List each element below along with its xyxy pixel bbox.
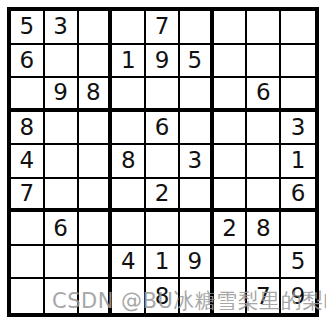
cell-r8c5: 1 — [146, 246, 180, 280]
cell-r8c1 — [11, 246, 45, 280]
cell-r7c5 — [146, 212, 180, 246]
cell-r9c6 — [180, 279, 214, 313]
cell-r6c8 — [247, 179, 281, 213]
cell-r9c9: 9 — [281, 279, 315, 313]
cell-r8c8 — [247, 246, 281, 280]
cell-r6c9: 6 — [281, 179, 315, 213]
cell-r8c3 — [79, 246, 113, 280]
cell-r8c2 — [45, 246, 79, 280]
cell-r3c6 — [180, 78, 214, 112]
cell-r5c4: 8 — [112, 145, 146, 179]
cell-r1c9 — [281, 11, 315, 45]
cell-r7c2: 6 — [45, 212, 79, 246]
cell-r1c3 — [79, 11, 113, 45]
cell-r8c9: 5 — [281, 246, 315, 280]
cell-r2c8 — [247, 45, 281, 79]
cell-r7c6 — [180, 212, 214, 246]
cell-r3c5 — [146, 78, 180, 112]
cell-r3c8: 6 — [247, 78, 281, 112]
cell-r2c9 — [281, 45, 315, 79]
cell-r5c1: 4 — [11, 145, 45, 179]
cell-r6c5: 2 — [146, 179, 180, 213]
cell-r6c3 — [79, 179, 113, 213]
cell-r5c7 — [214, 145, 248, 179]
cell-r7c3 — [79, 212, 113, 246]
cell-r4c3 — [79, 112, 113, 146]
cell-r1c5: 7 — [146, 11, 180, 45]
cell-r9c3 — [79, 279, 113, 313]
cell-r4c2 — [45, 112, 79, 146]
cell-r7c1 — [11, 212, 45, 246]
cell-r4c1: 8 — [11, 112, 45, 146]
cell-r4c5: 6 — [146, 112, 180, 146]
cell-r7c7: 2 — [214, 212, 248, 246]
cell-r4c9: 3 — [281, 112, 315, 146]
cell-r8c7 — [214, 246, 248, 280]
sudoku-diagram: 537619598686348317266284195879 CSDN @BU冰… — [0, 0, 326, 324]
cell-r3c7 — [214, 78, 248, 112]
cell-r5c3 — [79, 145, 113, 179]
cell-r2c1: 6 — [11, 45, 45, 79]
cell-r3c1 — [11, 78, 45, 112]
cell-r3c9 — [281, 78, 315, 112]
cell-r2c3 — [79, 45, 113, 79]
cell-r7c4 — [112, 212, 146, 246]
cell-r9c2 — [45, 279, 79, 313]
cell-r1c7 — [214, 11, 248, 45]
cell-r1c8 — [247, 11, 281, 45]
cell-r2c4: 1 — [112, 45, 146, 79]
cell-r9c4 — [112, 279, 146, 313]
cell-r3c2: 9 — [45, 78, 79, 112]
cell-r5c9: 1 — [281, 145, 315, 179]
cell-r1c4 — [112, 11, 146, 45]
cell-r5c5 — [146, 145, 180, 179]
sudoku-board: 537619598686348317266284195879 — [7, 7, 319, 317]
cell-r8c6: 9 — [180, 246, 214, 280]
cell-r1c6 — [180, 11, 214, 45]
cell-r9c5: 8 — [146, 279, 180, 313]
cell-r4c6 — [180, 112, 214, 146]
cell-r4c7 — [214, 112, 248, 146]
cell-r3c3: 8 — [79, 78, 113, 112]
cell-r8c4: 4 — [112, 246, 146, 280]
cell-r7c9 — [281, 212, 315, 246]
cell-r5c6: 3 — [180, 145, 214, 179]
cell-r6c4 — [112, 179, 146, 213]
cell-r9c1 — [11, 279, 45, 313]
cell-r1c2: 3 — [45, 11, 79, 45]
cell-r7c8: 8 — [247, 212, 281, 246]
cell-r4c8 — [247, 112, 281, 146]
cell-r2c5: 9 — [146, 45, 180, 79]
cell-r2c2 — [45, 45, 79, 79]
cell-r6c1: 7 — [11, 179, 45, 213]
cell-r4c4 — [112, 112, 146, 146]
cell-r9c8: 7 — [247, 279, 281, 313]
cell-r2c7 — [214, 45, 248, 79]
cell-r2c6: 5 — [180, 45, 214, 79]
cell-r3c4 — [112, 78, 146, 112]
cell-r5c2 — [45, 145, 79, 179]
cell-r1c1: 5 — [11, 11, 45, 45]
cell-r6c6 — [180, 179, 214, 213]
cell-r6c7 — [214, 179, 248, 213]
cell-r9c7 — [214, 279, 248, 313]
cell-r5c8 — [247, 145, 281, 179]
cell-r6c2 — [45, 179, 79, 213]
